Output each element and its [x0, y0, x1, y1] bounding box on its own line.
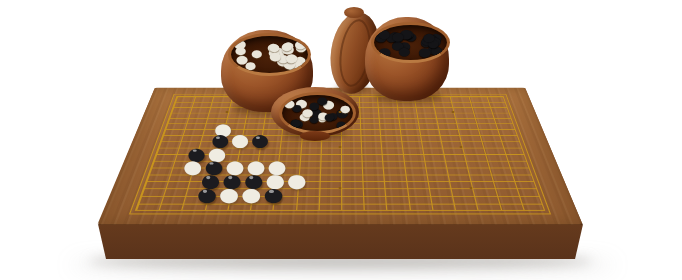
star-point — [338, 111, 341, 113]
black-stone[interactable]: ● — [197, 186, 217, 205]
star-point — [470, 187, 473, 189]
white-stone[interactable]: ● — [241, 186, 261, 205]
stones-layer: ●●●●●●●●●●●●●●●●●●●● — [0, 0, 682, 280]
white-stone[interactable]: ● — [231, 132, 249, 149]
star-point — [451, 111, 454, 113]
white-stone[interactable]: ● — [287, 172, 307, 190]
go-set-scene: ●●●●●●●●●●●●●●●●●●●●●●●● ●●●●●●●●●●●●●●●… — [0, 0, 682, 280]
star-point — [226, 111, 229, 113]
white-stone[interactable]: ● — [219, 186, 239, 205]
white-stone[interactable]: ● — [183, 158, 202, 176]
black-stone[interactable]: ● — [263, 186, 283, 205]
star-point — [460, 146, 463, 148]
black-stone[interactable]: ● — [251, 132, 269, 149]
star-point — [338, 187, 341, 189]
star-point — [338, 146, 341, 148]
